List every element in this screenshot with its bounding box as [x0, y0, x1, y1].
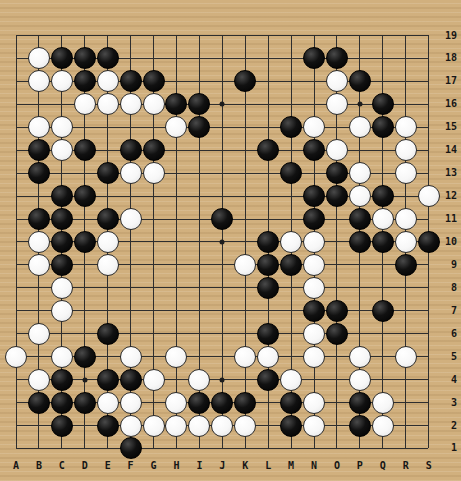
stone-white: [120, 93, 142, 115]
stone-white: [97, 254, 119, 276]
stone-white: [303, 346, 325, 368]
stone-black: [74, 231, 96, 253]
stone-black: [280, 254, 302, 276]
row-label: 1: [439, 442, 457, 454]
stone-white: [303, 231, 325, 253]
row-label: 4: [439, 374, 457, 386]
stone-black: [303, 185, 325, 207]
stone-black: [349, 208, 371, 230]
stone-black: [97, 323, 119, 345]
stone-black: [326, 162, 348, 184]
stone-black: [257, 139, 279, 161]
stone-white: [257, 346, 279, 368]
stone-black: [257, 277, 279, 299]
stone-black: [51, 231, 73, 253]
stone-white: [395, 116, 417, 138]
stone-black: [372, 300, 394, 322]
stone-white: [120, 415, 142, 437]
stone-black: [120, 70, 142, 92]
column-label: R: [396, 460, 416, 472]
stone-white: [303, 254, 325, 276]
stone-white: [97, 70, 119, 92]
stone-white: [28, 323, 50, 345]
stone-white: [303, 323, 325, 345]
stone-black: [97, 162, 119, 184]
stone-black: [51, 185, 73, 207]
stone-black: [97, 208, 119, 230]
stone-black: [143, 70, 165, 92]
column-label: D: [75, 460, 95, 472]
stone-black: [303, 47, 325, 69]
stone-white: [303, 116, 325, 138]
row-label: 10: [439, 236, 457, 248]
stone-black: [120, 437, 142, 459]
grid-line-vertical: [245, 35, 246, 448]
stone-white: [234, 415, 256, 437]
row-label: 3: [439, 397, 457, 409]
stone-black: [74, 185, 96, 207]
stone-white: [188, 369, 210, 391]
go-board-screen: ABCDEFGHIJKLMNOPQRS 19181716151413121110…: [0, 0, 461, 481]
stone-black: [418, 231, 440, 253]
stone-black: [74, 392, 96, 414]
row-label: 5: [439, 351, 457, 363]
stone-black: [51, 47, 73, 69]
row-label: 11: [439, 213, 457, 225]
stone-black: [97, 47, 119, 69]
stone-black: [303, 139, 325, 161]
column-label: H: [166, 460, 186, 472]
stone-black: [28, 392, 50, 414]
star-point: [220, 377, 225, 382]
stone-black: [97, 415, 119, 437]
stone-white: [165, 415, 187, 437]
column-label: C: [52, 460, 72, 472]
row-label: 13: [439, 167, 457, 179]
column-label: J: [212, 460, 232, 472]
stone-black: [74, 139, 96, 161]
stone-white: [74, 93, 96, 115]
stone-black: [51, 208, 73, 230]
row-label: 7: [439, 305, 457, 317]
stone-black: [28, 139, 50, 161]
stone-white: [143, 369, 165, 391]
column-label: P: [350, 460, 370, 472]
stone-white: [372, 208, 394, 230]
star-point: [82, 377, 87, 382]
stone-white: [326, 93, 348, 115]
stone-white: [165, 346, 187, 368]
stone-black: [28, 208, 50, 230]
row-label: 12: [439, 190, 457, 202]
stone-black: [51, 415, 73, 437]
column-label: I: [189, 460, 209, 472]
stone-white: [143, 415, 165, 437]
stone-black: [280, 415, 302, 437]
column-label: S: [419, 460, 439, 472]
stone-white: [143, 93, 165, 115]
stone-black: [234, 392, 256, 414]
grid-line-horizontal: [16, 310, 429, 311]
row-label: 17: [439, 75, 457, 87]
row-label: 2: [439, 420, 457, 432]
stone-white: [234, 346, 256, 368]
row-label: 6: [439, 328, 457, 340]
stone-black: [372, 93, 394, 115]
stone-black: [257, 323, 279, 345]
stone-black: [74, 346, 96, 368]
stone-white: [97, 392, 119, 414]
stone-black: [165, 93, 187, 115]
stone-black: [349, 415, 371, 437]
stone-white: [51, 116, 73, 138]
grid-line-horizontal: [16, 448, 429, 449]
stone-white: [120, 392, 142, 414]
stone-white: [51, 70, 73, 92]
stone-black: [280, 162, 302, 184]
stone-black: [303, 208, 325, 230]
stone-black: [326, 300, 348, 322]
stone-white: [143, 162, 165, 184]
row-label: 9: [439, 259, 457, 271]
stone-white: [395, 346, 417, 368]
star-point: [220, 102, 225, 107]
row-label: 18: [439, 52, 457, 64]
stone-black: [51, 254, 73, 276]
stone-black: [280, 116, 302, 138]
stone-white: [5, 346, 27, 368]
stone-black: [372, 231, 394, 253]
row-label: 19: [439, 30, 457, 42]
stone-white: [349, 346, 371, 368]
stone-black: [257, 231, 279, 253]
stone-white: [120, 208, 142, 230]
column-label: K: [235, 460, 255, 472]
stone-black: [211, 208, 233, 230]
stone-white: [349, 369, 371, 391]
stone-white: [303, 277, 325, 299]
stone-white: [188, 415, 210, 437]
column-label: O: [327, 460, 347, 472]
stone-white: [51, 300, 73, 322]
stone-black: [326, 323, 348, 345]
stone-black: [188, 116, 210, 138]
stone-white: [51, 139, 73, 161]
stone-black: [257, 369, 279, 391]
stone-white: [97, 231, 119, 253]
stone-white: [349, 116, 371, 138]
stone-white: [28, 369, 50, 391]
column-label: B: [29, 460, 49, 472]
column-label: E: [98, 460, 118, 472]
stone-black: [188, 392, 210, 414]
column-label: L: [258, 460, 278, 472]
stone-black: [372, 116, 394, 138]
stone-white: [280, 369, 302, 391]
stone-white: [28, 47, 50, 69]
stone-white: [395, 139, 417, 161]
stone-white: [372, 415, 394, 437]
column-label: Q: [373, 460, 393, 472]
stone-black: [97, 369, 119, 391]
stone-black: [120, 369, 142, 391]
stone-white: [165, 392, 187, 414]
stone-black: [234, 70, 256, 92]
stone-white: [395, 162, 417, 184]
row-label: 14: [439, 144, 457, 156]
column-label: G: [144, 460, 164, 472]
stone-black: [280, 392, 302, 414]
stone-white: [165, 116, 187, 138]
stone-black: [257, 254, 279, 276]
column-label: A: [6, 460, 26, 472]
stone-white: [28, 70, 50, 92]
stone-black: [303, 300, 325, 322]
stone-white: [349, 162, 371, 184]
stone-black: [326, 47, 348, 69]
stone-black: [326, 185, 348, 207]
stone-white: [280, 231, 302, 253]
stone-black: [143, 139, 165, 161]
stone-white: [326, 70, 348, 92]
stone-white: [234, 254, 256, 276]
stone-black: [120, 139, 142, 161]
grid-line-horizontal: [16, 264, 429, 265]
stone-white: [303, 392, 325, 414]
stone-white: [51, 277, 73, 299]
stone-black: [349, 231, 371, 253]
stone-black: [349, 70, 371, 92]
stone-white: [211, 415, 233, 437]
stone-white: [97, 93, 119, 115]
stone-black: [74, 47, 96, 69]
row-label: 16: [439, 98, 457, 110]
stone-white: [418, 185, 440, 207]
stone-black: [28, 162, 50, 184]
column-label: F: [121, 460, 141, 472]
column-label: N: [304, 460, 324, 472]
stone-black: [74, 70, 96, 92]
stone-white: [28, 116, 50, 138]
stone-black: [211, 392, 233, 414]
stone-white: [120, 162, 142, 184]
stone-black: [188, 93, 210, 115]
stone-black: [349, 392, 371, 414]
star-point: [357, 102, 362, 107]
stone-white: [28, 254, 50, 276]
stone-black: [51, 369, 73, 391]
stone-white: [51, 346, 73, 368]
stone-black: [372, 185, 394, 207]
stone-black: [51, 392, 73, 414]
star-point: [220, 239, 225, 244]
stone-white: [372, 392, 394, 414]
row-label: 8: [439, 282, 457, 294]
stone-white: [326, 139, 348, 161]
stone-white: [395, 208, 417, 230]
grid-line-horizontal: [16, 333, 429, 334]
stone-white: [349, 185, 371, 207]
stone-white: [395, 231, 417, 253]
grid-line-horizontal: [16, 287, 429, 288]
stone-white: [303, 415, 325, 437]
stone-white: [28, 231, 50, 253]
stone-white: [120, 346, 142, 368]
row-label: 15: [439, 121, 457, 133]
column-label: M: [281, 460, 301, 472]
stone-black: [395, 254, 417, 276]
